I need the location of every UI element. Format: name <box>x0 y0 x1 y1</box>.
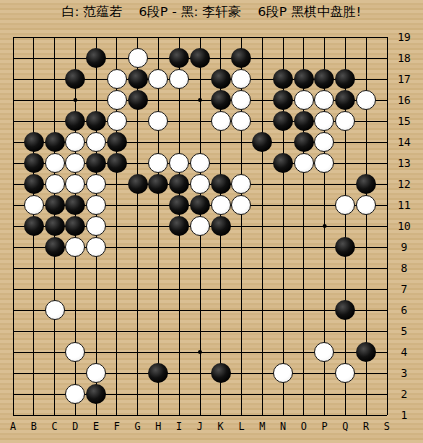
intersection-A8[interactable] <box>3 258 24 279</box>
intersection-C3[interactable] <box>44 363 65 384</box>
intersection-O12[interactable] <box>293 174 314 195</box>
intersection-P5[interactable] <box>314 321 335 342</box>
intersection-M19[interactable] <box>252 27 273 48</box>
intersection-F13[interactable] <box>106 153 127 174</box>
intersection-C10[interactable] <box>44 216 65 237</box>
intersection-M10[interactable] <box>252 216 273 237</box>
intersection-E14[interactable] <box>86 132 107 153</box>
intersection-K19[interactable] <box>210 27 231 48</box>
intersection-L14[interactable] <box>231 132 252 153</box>
intersection-Q18[interactable] <box>335 48 356 69</box>
intersection-O15[interactable] <box>293 111 314 132</box>
intersection-D17[interactable] <box>65 69 86 90</box>
intersection-D4[interactable] <box>65 342 86 363</box>
intersection-Q8[interactable] <box>335 258 356 279</box>
intersection-B4[interactable] <box>23 342 44 363</box>
intersection-E3[interactable] <box>86 363 107 384</box>
intersection-L11[interactable] <box>231 195 252 216</box>
intersection-O13[interactable] <box>293 153 314 174</box>
intersection-Q7[interactable] <box>335 279 356 300</box>
intersection-J12[interactable] <box>189 174 210 195</box>
intersection-M18[interactable] <box>252 48 273 69</box>
intersection-E7[interactable] <box>86 279 107 300</box>
intersection-B16[interactable] <box>23 90 44 111</box>
intersection-L2[interactable] <box>231 384 252 405</box>
intersection-A16[interactable] <box>3 90 24 111</box>
intersection-P18[interactable] <box>314 48 335 69</box>
intersection-R12[interactable] <box>356 174 377 195</box>
intersection-Q13[interactable] <box>335 153 356 174</box>
intersection-J16[interactable] <box>189 90 210 111</box>
intersection-Q11[interactable] <box>335 195 356 216</box>
intersection-J7[interactable] <box>189 279 210 300</box>
intersection-C9[interactable] <box>44 237 65 258</box>
intersection-M3[interactable] <box>252 363 273 384</box>
intersection-I7[interactable] <box>169 279 190 300</box>
intersection-D8[interactable] <box>65 258 86 279</box>
intersection-B12[interactable] <box>23 174 44 195</box>
intersection-H12[interactable] <box>148 174 169 195</box>
intersection-G17[interactable] <box>127 69 148 90</box>
intersection-B8[interactable] <box>23 258 44 279</box>
intersection-D9[interactable] <box>65 237 86 258</box>
intersection-I9[interactable] <box>169 237 190 258</box>
intersection-R16[interactable] <box>356 90 377 111</box>
intersection-P2[interactable] <box>314 384 335 405</box>
intersection-D13[interactable] <box>65 153 86 174</box>
intersection-A9[interactable] <box>3 237 24 258</box>
intersection-J2[interactable] <box>189 384 210 405</box>
intersection-O5[interactable] <box>293 321 314 342</box>
intersection-M16[interactable] <box>252 90 273 111</box>
intersection-F16[interactable] <box>106 90 127 111</box>
intersection-P7[interactable] <box>314 279 335 300</box>
intersection-I8[interactable] <box>169 258 190 279</box>
intersection-Q14[interactable] <box>335 132 356 153</box>
intersection-H19[interactable] <box>148 27 169 48</box>
intersection-P17[interactable] <box>314 69 335 90</box>
intersection-Q17[interactable] <box>335 69 356 90</box>
intersection-R8[interactable] <box>356 258 377 279</box>
intersection-C13[interactable] <box>44 153 65 174</box>
intersection-O14[interactable] <box>293 132 314 153</box>
intersection-K9[interactable] <box>210 237 231 258</box>
intersection-E17[interactable] <box>86 69 107 90</box>
intersection-L4[interactable] <box>231 342 252 363</box>
intersection-M6[interactable] <box>252 300 273 321</box>
intersection-R18[interactable] <box>356 48 377 69</box>
intersection-G7[interactable] <box>127 279 148 300</box>
intersection-L17[interactable] <box>231 69 252 90</box>
intersection-D11[interactable] <box>65 195 86 216</box>
intersection-G3[interactable] <box>127 363 148 384</box>
intersection-A13[interactable] <box>3 153 24 174</box>
intersection-E5[interactable] <box>86 321 107 342</box>
intersection-L3[interactable] <box>231 363 252 384</box>
intersection-J11[interactable] <box>189 195 210 216</box>
intersection-R9[interactable] <box>356 237 377 258</box>
intersection-M14[interactable] <box>252 132 273 153</box>
intersection-G11[interactable] <box>127 195 148 216</box>
intersection-K11[interactable] <box>210 195 231 216</box>
intersection-R19[interactable] <box>356 27 377 48</box>
intersection-D19[interactable] <box>65 27 86 48</box>
intersection-F9[interactable] <box>106 237 127 258</box>
intersection-F10[interactable] <box>106 216 127 237</box>
intersection-I6[interactable] <box>169 300 190 321</box>
intersection-I16[interactable] <box>169 90 190 111</box>
intersection-N7[interactable] <box>273 279 294 300</box>
intersection-N18[interactable] <box>273 48 294 69</box>
intersection-H14[interactable] <box>148 132 169 153</box>
intersection-I12[interactable] <box>169 174 190 195</box>
intersection-P15[interactable] <box>314 111 335 132</box>
intersection-A17[interactable] <box>3 69 24 90</box>
intersection-E18[interactable] <box>86 48 107 69</box>
intersection-D6[interactable] <box>65 300 86 321</box>
intersection-O4[interactable] <box>293 342 314 363</box>
intersection-F3[interactable] <box>106 363 127 384</box>
intersection-E11[interactable] <box>86 195 107 216</box>
intersection-I17[interactable] <box>169 69 190 90</box>
intersection-G15[interactable] <box>127 111 148 132</box>
intersection-H6[interactable] <box>148 300 169 321</box>
intersection-A11[interactable] <box>3 195 24 216</box>
intersection-F11[interactable] <box>106 195 127 216</box>
intersection-C16[interactable] <box>44 90 65 111</box>
intersection-H4[interactable] <box>148 342 169 363</box>
intersection-Q15[interactable] <box>335 111 356 132</box>
intersection-I11[interactable] <box>169 195 190 216</box>
intersection-R6[interactable] <box>356 300 377 321</box>
intersection-H16[interactable] <box>148 90 169 111</box>
intersection-L10[interactable] <box>231 216 252 237</box>
intersection-J14[interactable] <box>189 132 210 153</box>
intersection-N16[interactable] <box>273 90 294 111</box>
intersection-O17[interactable] <box>293 69 314 90</box>
intersection-J5[interactable] <box>189 321 210 342</box>
intersection-R7[interactable] <box>356 279 377 300</box>
intersection-O19[interactable] <box>293 27 314 48</box>
intersection-J19[interactable] <box>189 27 210 48</box>
intersection-K13[interactable] <box>210 153 231 174</box>
intersection-Q3[interactable] <box>335 363 356 384</box>
intersection-I10[interactable] <box>169 216 190 237</box>
intersection-M17[interactable] <box>252 69 273 90</box>
intersection-B11[interactable] <box>23 195 44 216</box>
intersection-D15[interactable] <box>65 111 86 132</box>
intersection-K8[interactable] <box>210 258 231 279</box>
intersection-C12[interactable] <box>44 174 65 195</box>
intersection-R11[interactable] <box>356 195 377 216</box>
intersection-A18[interactable] <box>3 48 24 69</box>
intersection-L19[interactable] <box>231 27 252 48</box>
intersection-H18[interactable] <box>148 48 169 69</box>
intersection-Q5[interactable] <box>335 321 356 342</box>
intersection-E6[interactable] <box>86 300 107 321</box>
intersection-B18[interactable] <box>23 48 44 69</box>
intersection-N11[interactable] <box>273 195 294 216</box>
intersection-M5[interactable] <box>252 321 273 342</box>
intersection-H9[interactable] <box>148 237 169 258</box>
intersection-G2[interactable] <box>127 384 148 405</box>
intersection-C6[interactable] <box>44 300 65 321</box>
intersection-D18[interactable] <box>65 48 86 69</box>
intersection-I19[interactable] <box>169 27 190 48</box>
intersection-K15[interactable] <box>210 111 231 132</box>
intersection-P14[interactable] <box>314 132 335 153</box>
intersection-F18[interactable] <box>106 48 127 69</box>
intersection-K7[interactable] <box>210 279 231 300</box>
intersection-J8[interactable] <box>189 258 210 279</box>
intersection-C19[interactable] <box>44 27 65 48</box>
intersection-I13[interactable] <box>169 153 190 174</box>
intersection-P11[interactable] <box>314 195 335 216</box>
intersection-B15[interactable] <box>23 111 44 132</box>
intersection-J15[interactable] <box>189 111 210 132</box>
intersection-M4[interactable] <box>252 342 273 363</box>
intersection-G10[interactable] <box>127 216 148 237</box>
intersection-I14[interactable] <box>169 132 190 153</box>
intersection-O9[interactable] <box>293 237 314 258</box>
intersection-M7[interactable] <box>252 279 273 300</box>
intersection-Q9[interactable] <box>335 237 356 258</box>
intersection-R10[interactable] <box>356 216 377 237</box>
intersection-B13[interactable] <box>23 153 44 174</box>
intersection-D2[interactable] <box>65 384 86 405</box>
intersection-M12[interactable] <box>252 174 273 195</box>
intersection-K10[interactable] <box>210 216 231 237</box>
intersection-H11[interactable] <box>148 195 169 216</box>
intersection-D12[interactable] <box>65 174 86 195</box>
intersection-H8[interactable] <box>148 258 169 279</box>
intersection-E4[interactable] <box>86 342 107 363</box>
intersection-J4[interactable] <box>189 342 210 363</box>
intersection-C17[interactable] <box>44 69 65 90</box>
intersection-G12[interactable] <box>127 174 148 195</box>
intersection-A5[interactable] <box>3 321 24 342</box>
intersection-G6[interactable] <box>127 300 148 321</box>
intersection-N12[interactable] <box>273 174 294 195</box>
intersection-R17[interactable] <box>356 69 377 90</box>
intersection-A4[interactable] <box>3 342 24 363</box>
intersection-H15[interactable] <box>148 111 169 132</box>
intersection-K4[interactable] <box>210 342 231 363</box>
intersection-E2[interactable] <box>86 384 107 405</box>
intersection-L13[interactable] <box>231 153 252 174</box>
intersection-N19[interactable] <box>273 27 294 48</box>
intersection-L8[interactable] <box>231 258 252 279</box>
intersection-P19[interactable] <box>314 27 335 48</box>
intersection-C15[interactable] <box>44 111 65 132</box>
intersection-F6[interactable] <box>106 300 127 321</box>
intersection-B19[interactable] <box>23 27 44 48</box>
intersection-N17[interactable] <box>273 69 294 90</box>
intersection-B9[interactable] <box>23 237 44 258</box>
intersection-M2[interactable] <box>252 384 273 405</box>
intersection-P3[interactable] <box>314 363 335 384</box>
intersection-I15[interactable] <box>169 111 190 132</box>
intersection-O2[interactable] <box>293 384 314 405</box>
intersection-G19[interactable] <box>127 27 148 48</box>
intersection-F4[interactable] <box>106 342 127 363</box>
intersection-B2[interactable] <box>23 384 44 405</box>
intersection-C8[interactable] <box>44 258 65 279</box>
intersection-L5[interactable] <box>231 321 252 342</box>
intersection-O11[interactable] <box>293 195 314 216</box>
intersection-G13[interactable] <box>127 153 148 174</box>
intersection-Q2[interactable] <box>335 384 356 405</box>
intersection-C7[interactable] <box>44 279 65 300</box>
intersection-O16[interactable] <box>293 90 314 111</box>
intersection-G4[interactable] <box>127 342 148 363</box>
intersection-L16[interactable] <box>231 90 252 111</box>
intersection-A19[interactable] <box>3 27 24 48</box>
intersection-H7[interactable] <box>148 279 169 300</box>
intersection-M15[interactable] <box>252 111 273 132</box>
intersection-J10[interactable] <box>189 216 210 237</box>
intersection-K5[interactable] <box>210 321 231 342</box>
intersection-L18[interactable] <box>231 48 252 69</box>
intersection-N8[interactable] <box>273 258 294 279</box>
intersection-R15[interactable] <box>356 111 377 132</box>
intersection-K12[interactable] <box>210 174 231 195</box>
intersection-B17[interactable] <box>23 69 44 90</box>
intersection-N2[interactable] <box>273 384 294 405</box>
intersection-Q10[interactable] <box>335 216 356 237</box>
intersection-O7[interactable] <box>293 279 314 300</box>
intersection-E9[interactable] <box>86 237 107 258</box>
intersection-H10[interactable] <box>148 216 169 237</box>
intersection-A14[interactable] <box>3 132 24 153</box>
intersection-G8[interactable] <box>127 258 148 279</box>
intersection-K17[interactable] <box>210 69 231 90</box>
intersection-R3[interactable] <box>356 363 377 384</box>
intersection-J17[interactable] <box>189 69 210 90</box>
intersection-F15[interactable] <box>106 111 127 132</box>
intersection-I4[interactable] <box>169 342 190 363</box>
intersection-C18[interactable] <box>44 48 65 69</box>
intersection-R4[interactable] <box>356 342 377 363</box>
intersection-N15[interactable] <box>273 111 294 132</box>
intersection-R2[interactable] <box>356 384 377 405</box>
intersection-D3[interactable] <box>65 363 86 384</box>
intersection-N9[interactable] <box>273 237 294 258</box>
intersection-D5[interactable] <box>65 321 86 342</box>
intersection-N6[interactable] <box>273 300 294 321</box>
intersection-G16[interactable] <box>127 90 148 111</box>
intersection-E10[interactable] <box>86 216 107 237</box>
intersection-C2[interactable] <box>44 384 65 405</box>
intersection-E16[interactable] <box>86 90 107 111</box>
intersection-N14[interactable] <box>273 132 294 153</box>
intersection-K3[interactable] <box>210 363 231 384</box>
intersection-L6[interactable] <box>231 300 252 321</box>
intersection-O8[interactable] <box>293 258 314 279</box>
intersection-A15[interactable] <box>3 111 24 132</box>
intersection-I3[interactable] <box>169 363 190 384</box>
intersection-F2[interactable] <box>106 384 127 405</box>
intersection-E12[interactable] <box>86 174 107 195</box>
intersection-F14[interactable] <box>106 132 127 153</box>
intersection-J6[interactable] <box>189 300 210 321</box>
intersection-N5[interactable] <box>273 321 294 342</box>
intersection-C4[interactable] <box>44 342 65 363</box>
intersection-Q16[interactable] <box>335 90 356 111</box>
intersection-O6[interactable] <box>293 300 314 321</box>
intersection-K14[interactable] <box>210 132 231 153</box>
intersection-P9[interactable] <box>314 237 335 258</box>
intersection-D16[interactable] <box>65 90 86 111</box>
intersection-P4[interactable] <box>314 342 335 363</box>
intersection-R5[interactable] <box>356 321 377 342</box>
intersection-I5[interactable] <box>169 321 190 342</box>
intersection-B6[interactable] <box>23 300 44 321</box>
intersection-R13[interactable] <box>356 153 377 174</box>
intersection-B5[interactable] <box>23 321 44 342</box>
intersection-M8[interactable] <box>252 258 273 279</box>
intersection-F7[interactable] <box>106 279 127 300</box>
intersection-O18[interactable] <box>293 48 314 69</box>
intersection-O3[interactable] <box>293 363 314 384</box>
intersection-J3[interactable] <box>189 363 210 384</box>
intersection-L9[interactable] <box>231 237 252 258</box>
intersection-F5[interactable] <box>106 321 127 342</box>
intersection-F12[interactable] <box>106 174 127 195</box>
intersection-P16[interactable] <box>314 90 335 111</box>
intersection-G18[interactable] <box>127 48 148 69</box>
intersection-C14[interactable] <box>44 132 65 153</box>
intersection-K6[interactable] <box>210 300 231 321</box>
intersection-O10[interactable] <box>293 216 314 237</box>
intersection-N10[interactable] <box>273 216 294 237</box>
intersection-M9[interactable] <box>252 237 273 258</box>
intersection-J18[interactable] <box>189 48 210 69</box>
intersection-E19[interactable] <box>86 27 107 48</box>
intersection-E8[interactable] <box>86 258 107 279</box>
intersection-L15[interactable] <box>231 111 252 132</box>
intersection-D7[interactable] <box>65 279 86 300</box>
intersection-Q6[interactable] <box>335 300 356 321</box>
intersection-J13[interactable] <box>189 153 210 174</box>
intersection-H3[interactable] <box>148 363 169 384</box>
intersection-G5[interactable] <box>127 321 148 342</box>
intersection-A3[interactable] <box>3 363 24 384</box>
intersection-E13[interactable] <box>86 153 107 174</box>
intersection-K16[interactable] <box>210 90 231 111</box>
intersection-H13[interactable] <box>148 153 169 174</box>
intersection-A2[interactable] <box>3 384 24 405</box>
intersection-H17[interactable] <box>148 69 169 90</box>
intersection-Q4[interactable] <box>335 342 356 363</box>
intersection-G9[interactable] <box>127 237 148 258</box>
intersection-D10[interactable] <box>65 216 86 237</box>
intersection-R14[interactable] <box>356 132 377 153</box>
intersection-B7[interactable] <box>23 279 44 300</box>
intersection-N3[interactable] <box>273 363 294 384</box>
intersection-F19[interactable] <box>106 27 127 48</box>
intersection-A7[interactable] <box>3 279 24 300</box>
intersection-J9[interactable] <box>189 237 210 258</box>
intersection-A6[interactable] <box>3 300 24 321</box>
intersection-P13[interactable] <box>314 153 335 174</box>
intersection-G14[interactable] <box>127 132 148 153</box>
intersection-Q19[interactable] <box>335 27 356 48</box>
intersection-C5[interactable] <box>44 321 65 342</box>
intersection-H2[interactable] <box>148 384 169 405</box>
intersection-P8[interactable] <box>314 258 335 279</box>
intersection-I18[interactable] <box>169 48 190 69</box>
